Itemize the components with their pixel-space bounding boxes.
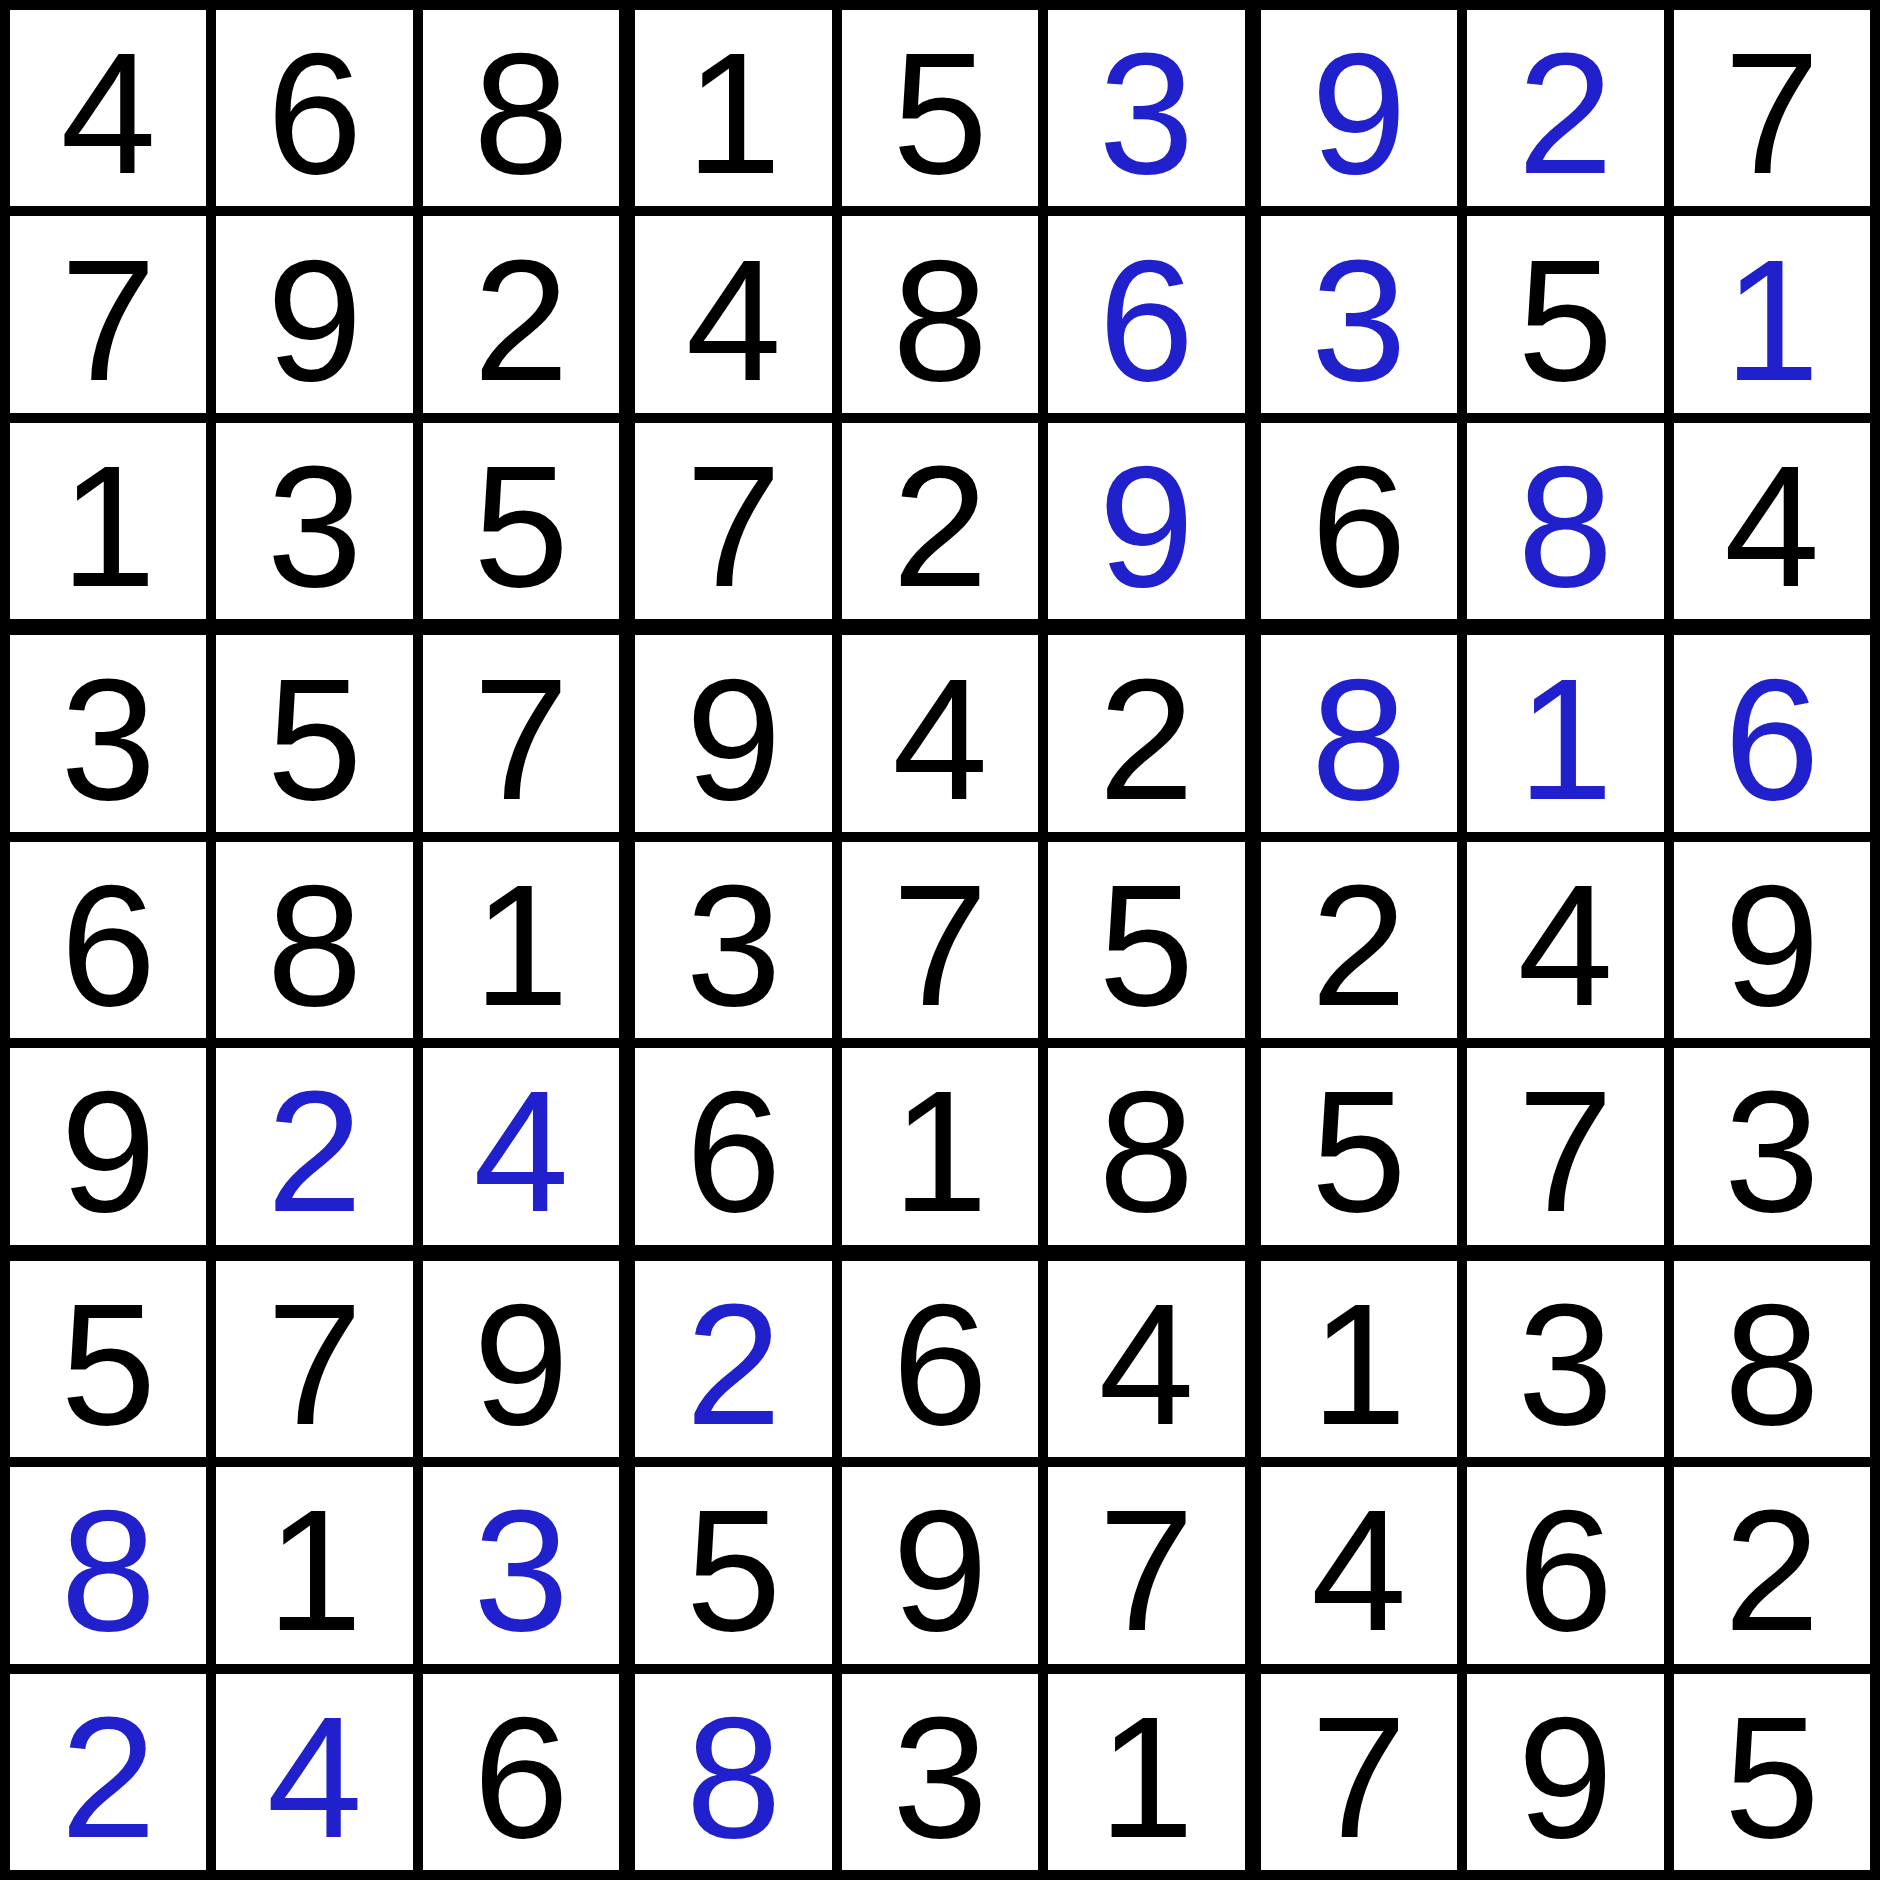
cell-r9c9[interactable]: 5: [1674, 1674, 1870, 1870]
cell-r3c4[interactable]: 7: [635, 423, 831, 619]
cell-r1c2[interactable]: 6: [216, 10, 412, 206]
digit-glyph: 6: [1311, 440, 1407, 612]
cell-r1c3[interactable]: 8: [423, 10, 619, 206]
digit-glyph: 1: [892, 1066, 988, 1238]
cell-r7c1[interactable]: 5: [10, 1261, 206, 1457]
digit-glyph: 9: [1311, 27, 1407, 199]
digit-glyph: 4: [1724, 440, 1820, 612]
cell-r6c8[interactable]: 7: [1467, 1048, 1663, 1244]
digit-glyph: 3: [1311, 234, 1407, 406]
digit-glyph: 3: [686, 859, 782, 1031]
cell-r5c3[interactable]: 1: [423, 842, 619, 1038]
cell-r7c7[interactable]: 1: [1261, 1261, 1457, 1457]
digit-glyph: 4: [267, 1691, 363, 1863]
cell-r2c4[interactable]: 4: [635, 216, 831, 412]
digit-glyph: 8: [1311, 653, 1407, 825]
digit-glyph: 4: [1517, 859, 1613, 1031]
cell-r5c5[interactable]: 7: [842, 842, 1038, 1038]
digit-glyph: 2: [1099, 653, 1195, 825]
digit-glyph: 5: [1311, 1066, 1407, 1238]
cell-r4c2[interactable]: 5: [216, 635, 412, 831]
digit-glyph: 3: [1517, 1278, 1613, 1450]
digit-glyph: 3: [267, 440, 363, 612]
digit-glyph: 2: [892, 440, 988, 612]
box-r1c3: 927351684: [1261, 10, 1870, 619]
cell-r7c4[interactable]: 2: [635, 1261, 831, 1457]
digit-glyph: 3: [1099, 27, 1195, 199]
cell-r4c3[interactable]: 7: [423, 635, 619, 831]
digit-glyph: 7: [1724, 27, 1820, 199]
cell-r1c4[interactable]: 1: [635, 10, 831, 206]
digit-glyph: 5: [267, 653, 363, 825]
cell-r2c6[interactable]: 6: [1048, 216, 1244, 412]
cell-r9c6[interactable]: 1: [1048, 1674, 1244, 1870]
cell-r9c5[interactable]: 3: [842, 1674, 1038, 1870]
digit-glyph: 6: [473, 1691, 569, 1863]
digit-glyph: 8: [267, 859, 363, 1031]
cell-r6c7[interactable]: 5: [1261, 1048, 1457, 1244]
digit-glyph: 3: [1724, 1066, 1820, 1238]
cell-r5c8[interactable]: 4: [1467, 842, 1663, 1038]
cell-r1c1[interactable]: 4: [10, 10, 206, 206]
digit-glyph: 2: [1311, 859, 1407, 1031]
cell-r8c9[interactable]: 2: [1674, 1467, 1870, 1663]
digit-glyph: 4: [60, 27, 156, 199]
digit-glyph: 5: [1724, 1691, 1820, 1863]
digit-glyph: 1: [60, 440, 156, 612]
digit-glyph: 9: [1517, 1691, 1613, 1863]
digit-glyph: 9: [267, 234, 363, 406]
digit-glyph: 9: [60, 1066, 156, 1238]
cell-r8c6[interactable]: 7: [1048, 1467, 1244, 1663]
digit-glyph: 8: [1517, 440, 1613, 612]
cell-r4c7[interactable]: 8: [1261, 635, 1457, 831]
cell-r3c5[interactable]: 2: [842, 423, 1038, 619]
cell-r3c8[interactable]: 8: [1467, 423, 1663, 619]
cell-r2c7[interactable]: 3: [1261, 216, 1457, 412]
digit-glyph: 6: [1517, 1484, 1613, 1656]
digit-glyph: 7: [686, 440, 782, 612]
digit-glyph: 6: [892, 1278, 988, 1450]
cell-r1c5[interactable]: 5: [842, 10, 1038, 206]
cell-r9c4[interactable]: 8: [635, 1674, 831, 1870]
cell-r2c1[interactable]: 7: [10, 216, 206, 412]
box-r2c2: 942375618: [635, 635, 1244, 1244]
digit-glyph: 1: [1724, 234, 1820, 406]
digit-glyph: 6: [60, 859, 156, 1031]
digit-glyph: 4: [1099, 1278, 1195, 1450]
cell-r4c4[interactable]: 9: [635, 635, 831, 831]
digit-glyph: 4: [473, 1066, 569, 1238]
digit-glyph: 9: [686, 653, 782, 825]
cell-r2c8[interactable]: 5: [1467, 216, 1663, 412]
digit-glyph: 8: [1724, 1278, 1820, 1450]
digit-glyph: 2: [1724, 1484, 1820, 1656]
digit-glyph: 5: [1099, 859, 1195, 1031]
cell-r2c3[interactable]: 2: [423, 216, 619, 412]
digit-glyph: 1: [1099, 1691, 1195, 1863]
digit-glyph: 9: [1724, 859, 1820, 1031]
digit-glyph: 4: [1311, 1484, 1407, 1656]
digit-glyph: 5: [473, 440, 569, 612]
digit-glyph: 8: [473, 27, 569, 199]
box-r1c2: 153486729: [635, 10, 1244, 619]
cell-r7c2[interactable]: 7: [216, 1261, 412, 1457]
cell-r8c2[interactable]: 1: [216, 1467, 412, 1663]
cell-r4c8[interactable]: 1: [1467, 635, 1663, 831]
box-r1c1: 468792135: [10, 10, 619, 619]
cell-r4c1[interactable]: 3: [10, 635, 206, 831]
digit-glyph: 6: [686, 1066, 782, 1238]
digit-glyph: 3: [60, 653, 156, 825]
cell-r5c6[interactable]: 5: [1048, 842, 1244, 1038]
digit-glyph: 4: [892, 653, 988, 825]
cell-r5c4[interactable]: 3: [635, 842, 831, 1038]
cell-r7c8[interactable]: 3: [1467, 1261, 1663, 1457]
digit-glyph: 7: [1517, 1066, 1613, 1238]
digit-glyph: 2: [1517, 27, 1613, 199]
cell-r5c7[interactable]: 2: [1261, 842, 1457, 1038]
box-r2c1: 357681924: [10, 635, 619, 1244]
digit-glyph: 2: [267, 1066, 363, 1238]
cell-r1c6[interactable]: 3: [1048, 10, 1244, 206]
digit-glyph: 2: [473, 234, 569, 406]
digit-glyph: 8: [686, 1691, 782, 1863]
cell-r8c7[interactable]: 4: [1261, 1467, 1457, 1663]
cell-r8c1[interactable]: 8: [10, 1467, 206, 1663]
digit-glyph: 9: [1099, 440, 1195, 612]
cell-r1c9[interactable]: 7: [1674, 10, 1870, 206]
cell-r6c2[interactable]: 2: [216, 1048, 412, 1244]
digit-glyph: 5: [892, 27, 988, 199]
digit-glyph: 7: [60, 234, 156, 406]
cell-r7c5[interactable]: 6: [842, 1261, 1038, 1457]
cell-r9c7[interactable]: 7: [1261, 1674, 1457, 1870]
cell-r8c5[interactable]: 9: [842, 1467, 1038, 1663]
digit-glyph: 1: [686, 27, 782, 199]
cell-r9c2[interactable]: 4: [216, 1674, 412, 1870]
digit-glyph: 2: [686, 1278, 782, 1450]
digit-glyph: 6: [267, 27, 363, 199]
digit-glyph: 5: [686, 1484, 782, 1656]
cell-r2c2[interactable]: 9: [216, 216, 412, 412]
cell-r7c9[interactable]: 8: [1674, 1261, 1870, 1457]
digit-glyph: 5: [60, 1278, 156, 1450]
cell-r5c2[interactable]: 8: [216, 842, 412, 1038]
box-r3c1: 579813246: [10, 1261, 619, 1870]
box-r2c3: 816249573: [1261, 635, 1870, 1244]
cell-r6c5[interactable]: 1: [842, 1048, 1038, 1244]
cell-r3c7[interactable]: 6: [1261, 423, 1457, 619]
cell-r6c6[interactable]: 8: [1048, 1048, 1244, 1244]
cell-r3c9[interactable]: 4: [1674, 423, 1870, 619]
digit-glyph: 1: [267, 1484, 363, 1656]
digit-glyph: 5: [1517, 234, 1613, 406]
box-r3c2: 264597831: [635, 1261, 1244, 1870]
digit-glyph: 3: [473, 1484, 569, 1656]
digit-glyph: 7: [267, 1278, 363, 1450]
digit-glyph: 1: [1311, 1278, 1407, 1450]
cell-r4c9[interactable]: 6: [1674, 635, 1870, 831]
digit-glyph: 1: [1517, 653, 1613, 825]
cell-r8c4[interactable]: 5: [635, 1467, 831, 1663]
digit-glyph: 1: [473, 859, 569, 1031]
cell-r6c3[interactable]: 4: [423, 1048, 619, 1244]
cell-r9c3[interactable]: 6: [423, 1674, 619, 1870]
cell-r3c2[interactable]: 3: [216, 423, 412, 619]
cell-r4c5[interactable]: 4: [842, 635, 1038, 831]
sudoku-board: 4687921351534867299273516843576819249423…: [0, 0, 1880, 1880]
digit-glyph: 8: [892, 234, 988, 406]
digit-glyph: 8: [1099, 1066, 1195, 1238]
digit-glyph: 9: [473, 1278, 569, 1450]
digit-glyph: 4: [686, 234, 782, 406]
digit-glyph: 9: [892, 1484, 988, 1656]
cell-r5c1[interactable]: 6: [10, 842, 206, 1038]
digit-glyph: 8: [60, 1484, 156, 1656]
digit-glyph: 7: [892, 859, 988, 1031]
cell-r5c9[interactable]: 9: [1674, 842, 1870, 1038]
digit-glyph: 3: [892, 1691, 988, 1863]
cell-r7c3[interactable]: 9: [423, 1261, 619, 1457]
digit-glyph: 6: [1724, 653, 1820, 825]
cell-r7c6[interactable]: 4: [1048, 1261, 1244, 1457]
cell-r6c1[interactable]: 9: [10, 1048, 206, 1244]
cell-r8c8[interactable]: 6: [1467, 1467, 1663, 1663]
cell-r9c1[interactable]: 2: [10, 1674, 206, 1870]
cell-r1c7[interactable]: 9: [1261, 10, 1457, 206]
cell-r2c9[interactable]: 1: [1674, 216, 1870, 412]
digit-glyph: 2: [60, 1691, 156, 1863]
cell-r6c9[interactable]: 3: [1674, 1048, 1870, 1244]
digit-glyph: 7: [1311, 1691, 1407, 1863]
digit-glyph: 7: [473, 653, 569, 825]
cell-r1c8[interactable]: 2: [1467, 10, 1663, 206]
cell-r8c3[interactable]: 3: [423, 1467, 619, 1663]
cell-r3c3[interactable]: 5: [423, 423, 619, 619]
cell-r3c1[interactable]: 1: [10, 423, 206, 619]
cell-r4c6[interactable]: 2: [1048, 635, 1244, 831]
cell-r6c4[interactable]: 6: [635, 1048, 831, 1244]
digit-glyph: 6: [1099, 234, 1195, 406]
cell-r2c5[interactable]: 8: [842, 216, 1038, 412]
cell-r9c8[interactable]: 9: [1467, 1674, 1663, 1870]
cell-r3c6[interactable]: 9: [1048, 423, 1244, 619]
digit-glyph: 7: [1099, 1484, 1195, 1656]
box-r3c3: 138462795: [1261, 1261, 1870, 1870]
